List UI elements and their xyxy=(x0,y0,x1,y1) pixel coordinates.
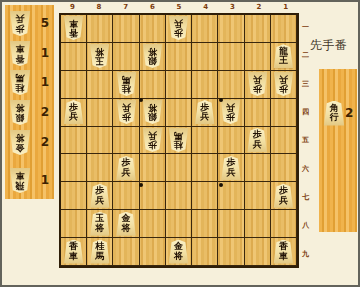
piece-kanji: 将 xyxy=(148,103,157,113)
gote-hand-香車[interactable]: 香車1 xyxy=(5,40,54,66)
row-label-三: 三 xyxy=(300,70,311,98)
square-2-8[interactable] xyxy=(245,210,271,238)
square-3-1[interactable] xyxy=(218,15,244,43)
col-label-5: 5 xyxy=(166,2,193,12)
star-point xyxy=(139,183,143,187)
square-4-8[interactable] xyxy=(192,210,218,238)
square-1-2[interactable]: 龍王 xyxy=(271,43,297,71)
square-9-5[interactable] xyxy=(61,127,87,155)
square-7-6[interactable]: 歩兵 xyxy=(113,154,139,182)
square-2-4[interactable] xyxy=(245,99,271,127)
square-8-7[interactable]: 歩兵 xyxy=(87,182,113,210)
square-4-6[interactable] xyxy=(192,154,218,182)
piece-玉将-sente[interactable]: 玉将 xyxy=(89,212,110,236)
piece-角行-sente[interactable]: 角行 xyxy=(323,101,345,126)
square-8-2[interactable]: 玉将 xyxy=(87,43,113,71)
square-1-6[interactable] xyxy=(271,154,297,182)
col-label-9: 9 xyxy=(59,2,86,12)
square-8-8[interactable]: 玉将 xyxy=(87,210,113,238)
hand-count: 2 xyxy=(41,105,49,119)
col-label-2: 2 xyxy=(246,2,273,12)
piece-kanji: 香 xyxy=(16,53,25,63)
piece-kanji: 将 xyxy=(122,224,131,234)
piece-玉将-gote[interactable]: 玉将 xyxy=(89,44,110,68)
square-6-2[interactable]: 銀将 xyxy=(140,43,166,71)
piece-kanji: 王 xyxy=(279,56,288,66)
piece-kanji: 兵 xyxy=(122,168,131,178)
piece-金将-gote[interactable]: 金将 xyxy=(9,130,31,155)
gote-hand-tray[interactable]: 歩兵5香車1桂馬1銀将2金将2飛車1 xyxy=(5,5,54,199)
piece-銀将-gote[interactable]: 銀将 xyxy=(142,100,163,124)
square-7-2[interactable] xyxy=(113,43,139,71)
piece-香車-sente[interactable]: 香車 xyxy=(273,240,294,264)
square-6-5[interactable]: 歩兵 xyxy=(140,127,166,155)
sente-hand-tray[interactable]: 角行2 xyxy=(319,69,357,232)
square-3-4[interactable]: 歩兵 xyxy=(218,99,244,127)
square-1-5[interactable] xyxy=(271,127,297,155)
piece-龍王-sente[interactable]: 龍王 xyxy=(273,44,294,68)
square-9-2[interactable] xyxy=(61,43,87,71)
piece-kanji: 銀 xyxy=(16,112,25,122)
square-4-3[interactable] xyxy=(192,71,218,99)
square-3-6[interactable]: 歩兵 xyxy=(218,154,244,182)
piece-kanji: 兵 xyxy=(200,112,209,122)
piece-kanji: 兵 xyxy=(279,75,288,85)
square-1-7[interactable]: 歩兵 xyxy=(271,182,297,210)
square-6-8[interactable] xyxy=(140,210,166,238)
hand-count: 1 xyxy=(41,46,49,60)
square-6-4[interactable]: 銀将 xyxy=(140,99,166,127)
piece-金将-sente[interactable]: 金将 xyxy=(116,212,137,236)
shogi-app-window: 987654321 香車歩兵玉将銀将龍王桂馬歩兵歩兵歩兵歩兵銀将歩兵歩兵歩兵桂馬… xyxy=(0,0,360,287)
piece-kanji: 馬 xyxy=(122,75,131,85)
row-label-四: 四 xyxy=(300,98,311,126)
piece-kanji: 車 xyxy=(16,44,25,54)
square-9-8[interactable] xyxy=(61,210,87,238)
square-5-3[interactable] xyxy=(166,71,192,99)
piece-歩兵-gote[interactable]: 歩兵 xyxy=(220,100,241,124)
piece-kanji: 将 xyxy=(95,224,104,234)
square-5-1[interactable]: 歩兵 xyxy=(166,15,192,43)
turn-indicator: 先手番 xyxy=(310,37,360,54)
square-9-1[interactable]: 香車 xyxy=(61,15,87,43)
piece-kanji: 歩 xyxy=(16,23,25,33)
star-point xyxy=(219,183,223,187)
piece-kanji: 兵 xyxy=(174,19,183,29)
star-point xyxy=(219,98,223,102)
square-1-4[interactable] xyxy=(271,99,297,127)
square-6-9[interactable] xyxy=(140,238,166,266)
piece-kanji: 玉 xyxy=(95,56,104,66)
piece-kanji: 兵 xyxy=(253,75,262,85)
square-9-4[interactable]: 歩兵 xyxy=(61,99,87,127)
piece-歩兵-sente[interactable]: 歩兵 xyxy=(63,100,84,124)
square-1-3[interactable]: 歩兵 xyxy=(271,71,297,99)
col-label-1: 1 xyxy=(272,2,299,12)
square-6-6[interactable] xyxy=(140,154,166,182)
piece-kanji: 兵 xyxy=(253,140,262,150)
square-7-5[interactable] xyxy=(113,127,139,155)
col-label-4: 4 xyxy=(192,2,219,12)
piece-kanji: 銀 xyxy=(148,56,157,66)
row-label-八: 八 xyxy=(300,211,311,239)
piece-歩兵-gote[interactable]: 歩兵 xyxy=(116,100,137,124)
square-3-8[interactable] xyxy=(218,210,244,238)
row-label-六: 六 xyxy=(300,155,311,183)
gote-hand-金将[interactable]: 金将2 xyxy=(5,129,54,155)
piece-kanji: 歩 xyxy=(279,84,288,94)
piece-kanji: 車 xyxy=(69,19,78,29)
piece-歩兵-sente[interactable]: 歩兵 xyxy=(220,156,241,180)
piece-kanji: 将 xyxy=(16,133,25,143)
square-4-4[interactable]: 歩兵 xyxy=(192,99,218,127)
piece-桂馬-gote[interactable]: 桂馬 xyxy=(116,72,137,96)
piece-kanji: 桂 xyxy=(174,140,183,150)
square-9-7[interactable] xyxy=(61,182,87,210)
gote-hand-桂馬[interactable]: 桂馬1 xyxy=(5,69,54,95)
square-2-6[interactable] xyxy=(245,154,271,182)
square-1-1[interactable] xyxy=(271,15,297,43)
piece-歩兵-sente[interactable]: 歩兵 xyxy=(89,184,110,208)
piece-kanji: 将 xyxy=(16,103,25,113)
piece-歩兵-sente[interactable]: 歩兵 xyxy=(273,184,294,208)
square-4-7[interactable] xyxy=(192,182,218,210)
piece-kanji: 車 xyxy=(16,171,25,181)
piece-kanji: 兵 xyxy=(279,196,288,206)
col-label-3: 3 xyxy=(219,2,246,12)
piece-金将-sente[interactable]: 金将 xyxy=(168,240,189,264)
piece-香車-sente[interactable]: 香車 xyxy=(63,240,84,264)
square-6-7[interactable] xyxy=(140,182,166,210)
gote-hand-歩兵[interactable]: 歩兵5 xyxy=(5,10,54,36)
square-4-5[interactable] xyxy=(192,127,218,155)
piece-銀将-gote[interactable]: 銀将 xyxy=(9,100,31,125)
hand-count: 1 xyxy=(41,75,49,89)
piece-kanji: 飛 xyxy=(16,180,25,190)
star-point xyxy=(139,98,143,102)
square-2-1[interactable] xyxy=(245,15,271,43)
row-label-七: 七 xyxy=(300,183,311,211)
piece-kanji: 将 xyxy=(95,47,104,57)
piece-kanji: 兵 xyxy=(226,103,235,113)
piece-kanji: 歩 xyxy=(253,84,262,94)
square-4-9[interactable] xyxy=(192,238,218,266)
piece-kanji: 車 xyxy=(69,252,78,262)
square-9-9[interactable]: 香車 xyxy=(61,238,87,266)
piece-歩兵-sente[interactable]: 歩兵 xyxy=(247,128,268,152)
square-1-8[interactable] xyxy=(271,210,297,238)
square-4-2[interactable] xyxy=(192,43,218,71)
square-2-3[interactable]: 歩兵 xyxy=(245,71,271,99)
square-1-9[interactable]: 香車 xyxy=(271,238,297,266)
square-5-5[interactable]: 桂馬 xyxy=(166,127,192,155)
square-5-2[interactable] xyxy=(166,43,192,71)
square-8-4[interactable] xyxy=(87,99,113,127)
square-5-8[interactable] xyxy=(166,210,192,238)
piece-kanji: 兵 xyxy=(69,112,78,122)
square-5-7[interactable] xyxy=(166,182,192,210)
piece-kanji: 兵 xyxy=(95,196,104,206)
piece-歩兵-gote[interactable]: 歩兵 xyxy=(9,11,31,36)
square-7-1[interactable] xyxy=(113,15,139,43)
gote-hand-飛車[interactable]: 飛車1 xyxy=(5,167,54,193)
piece-歩兵-gote[interactable]: 歩兵 xyxy=(168,16,189,40)
square-7-3[interactable]: 桂馬 xyxy=(113,71,139,99)
square-3-9[interactable] xyxy=(218,238,244,266)
row-label-九: 九 xyxy=(300,240,311,268)
piece-kanji: 兵 xyxy=(148,130,157,140)
piece-歩兵-gote[interactable]: 歩兵 xyxy=(273,72,294,96)
col-label-8: 8 xyxy=(86,2,113,12)
square-5-6[interactable] xyxy=(166,154,192,182)
square-8-1[interactable] xyxy=(87,15,113,43)
square-3-2[interactable] xyxy=(218,43,244,71)
square-5-4[interactable] xyxy=(166,99,192,127)
piece-歩兵-gote[interactable]: 歩兵 xyxy=(142,128,163,152)
square-5-9[interactable]: 金将 xyxy=(166,238,192,266)
square-9-3[interactable] xyxy=(61,71,87,99)
square-7-8[interactable]: 金将 xyxy=(113,210,139,238)
piece-kanji: 馬 xyxy=(16,73,25,83)
gote-hand-銀将[interactable]: 銀将2 xyxy=(5,99,54,125)
piece-kanji: 馬 xyxy=(174,130,183,140)
piece-桂馬-gote[interactable]: 桂馬 xyxy=(9,70,31,95)
square-7-4[interactable]: 歩兵 xyxy=(113,99,139,127)
col-label-7: 7 xyxy=(112,2,139,12)
col-label-6: 6 xyxy=(139,2,166,12)
square-9-6[interactable] xyxy=(61,154,87,182)
square-2-7[interactable] xyxy=(245,182,271,210)
square-8-9[interactable]: 桂馬 xyxy=(87,238,113,266)
piece-kanji: 将 xyxy=(174,252,183,262)
square-7-9[interactable] xyxy=(113,238,139,266)
piece-kanji: 桂 xyxy=(16,82,25,92)
column-labels: 987654321 xyxy=(59,2,299,12)
piece-歩兵-sente[interactable]: 歩兵 xyxy=(194,100,215,124)
piece-kanji: 馬 xyxy=(95,252,104,262)
square-8-5[interactable] xyxy=(87,127,113,155)
piece-kanji: 金 xyxy=(16,142,25,152)
piece-kanji: 桂 xyxy=(122,84,131,94)
square-8-3[interactable] xyxy=(87,71,113,99)
row-label-五: 五 xyxy=(300,126,311,154)
hand-count: 2 xyxy=(345,106,353,120)
piece-桂馬-gote[interactable]: 桂馬 xyxy=(168,128,189,152)
square-8-6[interactable] xyxy=(87,154,113,182)
piece-kanji: 歩 xyxy=(226,112,235,122)
piece-銀将-gote[interactable]: 銀将 xyxy=(142,44,163,68)
piece-kanji: 歩 xyxy=(174,28,183,38)
square-7-7[interactable] xyxy=(113,182,139,210)
square-2-2[interactable] xyxy=(245,43,271,71)
square-2-5[interactable]: 歩兵 xyxy=(245,127,271,155)
square-6-3[interactable] xyxy=(140,71,166,99)
piece-歩兵-sente[interactable]: 歩兵 xyxy=(116,156,137,180)
piece-kanji: 行 xyxy=(330,113,339,123)
piece-kanji: 兵 xyxy=(16,14,25,24)
piece-桂馬-sente[interactable]: 桂馬 xyxy=(89,240,110,264)
piece-飛車-gote[interactable]: 飛車 xyxy=(9,168,31,193)
sente-hand-角行[interactable]: 角行2 xyxy=(319,100,357,126)
piece-kanji: 香 xyxy=(69,28,78,38)
square-6-1[interactable] xyxy=(140,15,166,43)
piece-香車-gote[interactable]: 香車 xyxy=(63,16,84,40)
shogi-board: 香車歩兵玉将銀将龍王桂馬歩兵歩兵歩兵歩兵銀将歩兵歩兵歩兵桂馬歩兵歩兵歩兵歩兵歩兵… xyxy=(59,13,299,268)
square-2-9[interactable] xyxy=(245,238,271,266)
piece-香車-gote[interactable]: 香車 xyxy=(9,41,31,66)
piece-kanji: 銀 xyxy=(148,112,157,122)
hand-count: 1 xyxy=(41,173,49,187)
piece-kanji: 兵 xyxy=(226,168,235,178)
piece-歩兵-gote[interactable]: 歩兵 xyxy=(247,72,268,96)
square-3-5[interactable] xyxy=(218,127,244,155)
square-4-1[interactable] xyxy=(192,15,218,43)
piece-kanji: 車 xyxy=(279,252,288,262)
square-3-3[interactable] xyxy=(218,71,244,99)
piece-kanji: 歩 xyxy=(148,140,157,150)
piece-kanji: 兵 xyxy=(122,103,131,113)
hand-count: 2 xyxy=(41,135,49,149)
piece-kanji: 歩 xyxy=(122,112,131,122)
hand-count: 5 xyxy=(41,16,49,30)
piece-kanji: 将 xyxy=(148,47,157,57)
